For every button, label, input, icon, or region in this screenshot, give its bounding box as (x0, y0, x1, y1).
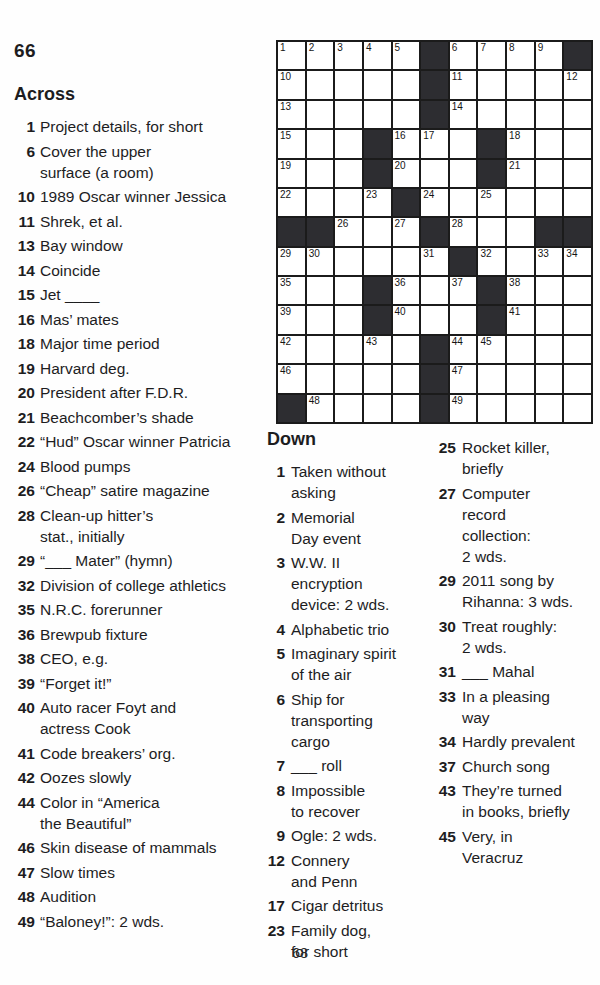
clue-number: 1 (14, 116, 35, 137)
cell-number-40: 40 (395, 306, 406, 318)
cell-r9c2[interactable] (306, 276, 335, 305)
black-cell-r13c6 (420, 394, 449, 423)
clue-down-8: 8Impossible to recover (267, 780, 433, 822)
cell-r3c5[interactable] (392, 100, 421, 129)
clue-number: 30 (438, 616, 456, 637)
cell-number-13: 13 (280, 101, 291, 113)
cell-number-30: 30 (309, 248, 320, 260)
clue-number: 15 (14, 284, 35, 305)
cell-r4c10[interactable] (535, 129, 564, 158)
cell-r5c2[interactable] (306, 159, 335, 188)
clue-text: Auto racer Foyt and actress Cook (40, 697, 271, 739)
cell-number-8: 8 (509, 42, 515, 54)
cell-r10c10[interactable] (535, 305, 564, 334)
clue-down-37: 37Church song (438, 756, 598, 777)
clue-across-42: 42Oozes slowly (14, 767, 272, 788)
clue-text: Imaginary spirit of the air (291, 643, 417, 685)
black-cell-r5c4 (363, 159, 392, 188)
clue-text: In a pleasing way (462, 686, 586, 728)
cell-r3c10[interactable] (535, 100, 564, 129)
cell-r7c4[interactable] (363, 217, 392, 246)
page-number: 68 (0, 945, 600, 961)
cell-r4c5[interactable]: 16 (392, 129, 421, 158)
clue-number: 44 (14, 792, 35, 813)
clue-number: 18 (14, 333, 35, 354)
clue-number: 16 (14, 309, 35, 330)
cell-r1c9[interactable]: 8 (506, 41, 535, 70)
clue-number: 31 (438, 661, 456, 682)
cell-r10c1[interactable]: 39 (277, 305, 306, 334)
black-cell-r3c6 (420, 100, 449, 129)
clue-down-4: 4Alphabetic trio (267, 619, 433, 640)
clue-across-26: 26“Cheap” satire magazine (14, 480, 272, 501)
cell-r11c5[interactable] (392, 335, 421, 364)
cell-r1c3[interactable]: 3 (334, 41, 363, 70)
cell-r8c10[interactable]: 33 (535, 247, 564, 276)
clue-across-47: 47Slow times (14, 862, 272, 883)
cell-r12c4[interactable] (363, 364, 392, 393)
cell-number-37: 37 (452, 277, 463, 289)
cell-r2c3[interactable] (334, 70, 363, 99)
cell-r5c7[interactable] (449, 159, 478, 188)
cell-r2c7[interactable]: 11 (449, 70, 478, 99)
cell-r2c9[interactable] (506, 70, 535, 99)
black-cell-r7c11 (563, 217, 592, 246)
cell-r4c9[interactable]: 18 (506, 129, 535, 158)
cell-r12c5[interactable] (392, 364, 421, 393)
cell-r6c8[interactable]: 25 (477, 188, 506, 217)
cell-r11c1[interactable]: 42 (277, 335, 306, 364)
cell-r13c3[interactable] (334, 394, 363, 423)
black-cell-r2c6 (420, 70, 449, 99)
cell-r5c1[interactable]: 19 (277, 159, 306, 188)
clue-number: 36 (14, 624, 35, 645)
cell-r4c6[interactable]: 17 (420, 129, 449, 158)
clue-text: Ogle: 2 wds. (291, 825, 417, 846)
clue-across-40: 40Auto racer Foyt and actress Cook (14, 697, 272, 739)
clue-number: 7 (267, 755, 285, 776)
down-heading: Down (267, 429, 433, 450)
cell-r13c4[interactable] (363, 394, 392, 423)
clue-text: Code breakers’ org. (40, 743, 271, 764)
clue-down-29: 292011 song by Rihanna: 3 wds. (438, 570, 598, 612)
cell-r8c9[interactable] (506, 247, 535, 276)
clue-across-10: 101989 Oscar winner Jessica (14, 186, 272, 207)
cell-r6c1[interactable]: 22 (277, 188, 306, 217)
cell-number-28: 28 (452, 218, 463, 230)
clue-text: Taken without asking (291, 461, 417, 503)
cell-number-36: 36 (395, 277, 406, 289)
cell-r3c11[interactable] (563, 100, 592, 129)
black-cell-r6c5 (392, 188, 421, 217)
cell-r13c2[interactable]: 48 (306, 394, 335, 423)
cell-number-3: 3 (337, 42, 343, 54)
clue-text: Color in “America the Beautiful” (40, 792, 271, 834)
cell-r9c10[interactable] (535, 276, 564, 305)
cell-r5c3[interactable] (334, 159, 363, 188)
cell-r4c7[interactable] (449, 129, 478, 158)
black-cell-r5c8 (477, 159, 506, 188)
clue-number: 27 (438, 483, 456, 504)
clue-across-36: 36Brewpub fixture (14, 624, 272, 645)
cell-number-17: 17 (423, 130, 434, 142)
cell-number-25: 25 (480, 189, 491, 201)
clue-number: 32 (14, 575, 35, 596)
clue-number: 29 (438, 570, 456, 591)
clue-number: 14 (14, 260, 35, 281)
cell-r1c4[interactable]: 4 (363, 41, 392, 70)
cell-r12c2[interactable] (306, 364, 335, 393)
cell-r11c7[interactable]: 44 (449, 335, 478, 364)
across-section: Across 1Project details, for short6Cover… (14, 84, 272, 935)
puzzle-number: 66 (14, 40, 36, 62)
cell-r13c5[interactable] (392, 394, 421, 423)
clue-number: 28 (14, 505, 35, 526)
clue-text: Mas’ mates (40, 309, 271, 330)
clue-down-34: 34Hardly prevalent (438, 731, 598, 752)
clue-down-31: 31___ Mahal (438, 661, 598, 682)
cell-r13c8[interactable] (477, 394, 506, 423)
clue-number: 23 (267, 920, 285, 941)
cell-r4c3[interactable] (334, 129, 363, 158)
clue-number: 11 (14, 211, 35, 232)
clue-down-17: 17Cigar detritus (267, 895, 433, 916)
clue-down-30: 30Treat roughly: 2 wds. (438, 616, 598, 658)
cell-r12c9[interactable] (506, 364, 535, 393)
cell-r6c7[interactable] (449, 188, 478, 217)
cell-r12c7[interactable]: 47 (449, 364, 478, 393)
clue-text: Coincide (40, 260, 271, 281)
cell-number-38: 38 (509, 277, 520, 289)
across-clue-list: 1Project details, for short6Cover the up… (14, 116, 272, 932)
cell-r9c11[interactable] (563, 276, 592, 305)
clue-number: 13 (14, 235, 35, 256)
cell-r10c3[interactable] (334, 305, 363, 334)
clue-number: 45 (438, 826, 456, 847)
cell-number-18: 18 (509, 130, 520, 142)
cell-r13c7[interactable]: 49 (449, 394, 478, 423)
cell-number-29: 29 (280, 248, 291, 260)
cell-r9c6[interactable] (420, 276, 449, 305)
cell-number-10: 10 (280, 71, 291, 83)
clue-text: N.R.C. forerunner (40, 599, 271, 620)
cell-number-22: 22 (280, 189, 291, 201)
cell-r9c7[interactable]: 37 (449, 276, 478, 305)
cell-r2c4[interactable] (363, 70, 392, 99)
clue-text: “Forget it!” (40, 673, 271, 694)
cell-r12c3[interactable] (334, 364, 363, 393)
clue-down-33: 33In a pleasing way (438, 686, 598, 728)
clue-number: 39 (14, 673, 35, 694)
cell-r2c5[interactable] (392, 70, 421, 99)
cell-r11c2[interactable] (306, 335, 335, 364)
cell-r1c8[interactable]: 7 (477, 41, 506, 70)
black-cell-r13c1 (277, 394, 306, 423)
cell-number-15: 15 (280, 130, 291, 142)
cell-r6c9[interactable] (506, 188, 535, 217)
cell-r6c11[interactable] (563, 188, 592, 217)
clue-number: 17 (267, 895, 285, 916)
clue-text: Clean-up hitter’s stat., initially (40, 505, 271, 547)
clue-number: 9 (267, 825, 285, 846)
cell-r6c10[interactable] (535, 188, 564, 217)
clue-number: 46 (14, 837, 35, 858)
cell-r4c2[interactable] (306, 129, 335, 158)
cell-r2c1[interactable]: 10 (277, 70, 306, 99)
clue-text: Division of college athletics (40, 575, 271, 596)
cell-number-20: 20 (395, 160, 406, 172)
cell-r5c9[interactable]: 21 (506, 159, 535, 188)
cell-r8c2[interactable]: 30 (306, 247, 335, 276)
cell-number-39: 39 (280, 306, 291, 318)
clue-number: 4 (267, 619, 285, 640)
cell-number-23: 23 (366, 189, 377, 201)
cell-r10c9[interactable]: 41 (506, 305, 535, 334)
cell-number-49: 49 (452, 395, 463, 407)
clue-number: 49 (14, 911, 35, 932)
clue-across-20: 20President after F.D.R. (14, 382, 272, 403)
cell-number-12: 12 (566, 71, 577, 83)
clue-text: Shrek, et al. (40, 211, 271, 232)
clue-down-2: 2Memorial Day event (267, 507, 433, 549)
clue-number: 6 (267, 689, 285, 710)
clue-number: 22 (14, 431, 35, 452)
clue-text: Ship for transporting cargo (291, 689, 417, 752)
black-cell-r7c6 (420, 217, 449, 246)
cell-r1c1[interactable]: 1 (277, 41, 306, 70)
clue-text: Impossible to recover (291, 780, 417, 822)
clue-across-38: 38CEO, e.g. (14, 648, 272, 669)
down-clue-list-1: 1Taken without asking2Memorial Day event… (267, 461, 433, 962)
clue-text: CEO, e.g. (40, 648, 271, 669)
cell-r11c4[interactable]: 43 (363, 335, 392, 364)
clue-number: 6 (14, 141, 35, 162)
clue-number: 5 (267, 643, 285, 664)
cell-r11c8[interactable]: 45 (477, 335, 506, 364)
cell-number-41: 41 (509, 306, 520, 318)
clue-number: 25 (438, 437, 456, 458)
cell-r10c2[interactable] (306, 305, 335, 334)
cell-r11c11[interactable] (563, 335, 592, 364)
clue-number: 40 (14, 697, 35, 718)
clue-text: “___ Mater” (hymn) (40, 550, 271, 571)
cell-r8c3[interactable] (334, 247, 363, 276)
clue-text: Brewpub fixture (40, 624, 271, 645)
clue-down-5: 5Imaginary spirit of the air (267, 643, 433, 685)
down-clue-list-2: 25Rocket killer, briefly27Computer recor… (438, 437, 598, 868)
cell-r9c1[interactable]: 35 (277, 276, 306, 305)
cell-r11c9[interactable] (506, 335, 535, 364)
cell-r8c8[interactable]: 32 (477, 247, 506, 276)
cell-r13c9[interactable] (506, 394, 535, 423)
cell-number-34: 34 (566, 248, 577, 260)
clue-across-44: 44Color in “America the Beautiful” (14, 792, 272, 834)
clue-text: ___ roll (291, 755, 417, 776)
clue-text: 1989 Oscar winner Jessica (40, 186, 271, 207)
clue-text: Beachcomber’s shade (40, 407, 271, 428)
clue-number: 37 (438, 756, 456, 777)
cell-number-48: 48 (309, 395, 320, 407)
crossword-grid[interactable]: 1234567891011121314151617181920212223242… (276, 40, 593, 424)
clue-number: 48 (14, 886, 35, 907)
clue-number: 34 (438, 731, 456, 752)
clue-down-27: 27Computer record collection: 2 wds. (438, 483, 598, 567)
cell-r4c1[interactable]: 15 (277, 129, 306, 158)
black-cell-r4c8 (477, 129, 506, 158)
clue-text: Rocket killer, briefly (462, 437, 586, 479)
down-section-column-1: Down 1Taken without asking2Memorial Day … (267, 429, 433, 965)
clue-number: 20 (14, 382, 35, 403)
clue-number: 8 (267, 780, 285, 801)
clue-text: Project details, for short (40, 116, 271, 137)
cell-r9c9[interactable]: 38 (506, 276, 535, 305)
cell-r2c2[interactable] (306, 70, 335, 99)
clue-across-24: 24Blood pumps (14, 456, 272, 477)
clue-text: “Cheap” satire magazine (40, 480, 271, 501)
cell-r13c10[interactable] (535, 394, 564, 423)
black-cell-r10c4 (363, 305, 392, 334)
clue-number: 1 (267, 461, 285, 482)
clue-down-3: 3W.W. II encryption device: 2 wds. (267, 552, 433, 615)
cell-r3c2[interactable] (306, 100, 335, 129)
clue-number: 21 (14, 407, 35, 428)
clue-text: W.W. II encryption device: 2 wds. (291, 552, 417, 615)
black-cell-r4c4 (363, 129, 392, 158)
clue-down-6: 6Ship for transporting cargo (267, 689, 433, 752)
clue-text: Computer record collection: 2 wds. (462, 483, 586, 567)
clue-down-9: 9Ogle: 2 wds. (267, 825, 433, 846)
clue-text: “Hud” Oscar winner Patricia (40, 431, 271, 452)
clue-text: Bay window (40, 235, 271, 256)
cell-r10c11[interactable] (563, 305, 592, 334)
cell-number-2: 2 (309, 42, 315, 54)
clue-number: 47 (14, 862, 35, 883)
cell-r8c5[interactable] (392, 247, 421, 276)
cell-r10c7[interactable] (449, 305, 478, 334)
cell-r6c3[interactable] (334, 188, 363, 217)
clue-number: 2 (267, 507, 285, 528)
cell-r3c8[interactable] (477, 100, 506, 129)
clue-text: Alphabetic trio (291, 619, 417, 640)
clue-across-15: 15Jet ____ (14, 284, 272, 305)
cell-r2c10[interactable] (535, 70, 564, 99)
cell-number-24: 24 (423, 189, 434, 201)
cell-r13c11[interactable] (563, 394, 592, 423)
clue-number: 29 (14, 550, 35, 571)
cell-r7c7[interactable]: 28 (449, 217, 478, 246)
cell-number-32: 32 (480, 248, 491, 260)
cell-number-35: 35 (280, 277, 291, 289)
cell-r3c9[interactable] (506, 100, 535, 129)
clue-number: 24 (14, 456, 35, 477)
black-cell-r1c11 (563, 41, 592, 70)
clue-number: 26 (14, 480, 35, 501)
clue-across-46: 46Skin disease of mammals (14, 837, 272, 858)
clue-text: Slow times (40, 862, 271, 883)
cell-r2c11[interactable]: 12 (563, 70, 592, 99)
cell-r9c5[interactable]: 36 (392, 276, 421, 305)
cell-r8c11[interactable]: 34 (563, 247, 592, 276)
cell-r12c10[interactable] (535, 364, 564, 393)
cell-number-42: 42 (280, 336, 291, 348)
cell-r3c7[interactable]: 14 (449, 100, 478, 129)
cell-r7c8[interactable] (477, 217, 506, 246)
clue-text: Harvard deg. (40, 358, 271, 379)
cell-r3c4[interactable] (363, 100, 392, 129)
cell-r7c9[interactable] (506, 217, 535, 246)
cell-r10c6[interactable] (420, 305, 449, 334)
clue-down-25: 25Rocket killer, briefly (438, 437, 598, 479)
cell-number-21: 21 (509, 160, 520, 172)
cell-r11c10[interactable] (535, 335, 564, 364)
cell-r12c1[interactable]: 46 (277, 364, 306, 393)
clue-down-12: 12Connery and Penn (267, 850, 433, 892)
cell-r8c6[interactable]: 31 (420, 247, 449, 276)
cell-r4c11[interactable] (563, 129, 592, 158)
cell-r12c11[interactable] (563, 364, 592, 393)
cell-r1c2[interactable]: 2 (306, 41, 335, 70)
cell-r6c2[interactable] (306, 188, 335, 217)
clue-number: 43 (438, 780, 456, 801)
cell-r2c8[interactable] (477, 70, 506, 99)
cell-r5c11[interactable] (563, 159, 592, 188)
cell-r10c5[interactable]: 40 (392, 305, 421, 334)
black-cell-r11c6 (420, 335, 449, 364)
cell-r8c1[interactable]: 29 (277, 247, 306, 276)
cell-r6c6[interactable]: 24 (420, 188, 449, 217)
clue-text: 2011 song by Rihanna: 3 wds. (462, 570, 586, 612)
cell-r8c4[interactable] (363, 247, 392, 276)
cell-r5c6[interactable] (420, 159, 449, 188)
cell-r5c10[interactable] (535, 159, 564, 188)
cell-number-27: 27 (395, 218, 406, 230)
black-cell-r7c1 (277, 217, 306, 246)
clue-text: Very, in Veracruz (462, 826, 586, 868)
clue-down-45: 45Very, in Veracruz (438, 826, 598, 868)
clue-across-22: 22“Hud” Oscar winner Patricia (14, 431, 272, 452)
cell-r3c1[interactable]: 13 (277, 100, 306, 129)
cell-r6c4[interactable]: 23 (363, 188, 392, 217)
clue-number: 10 (14, 186, 35, 207)
black-cell-r10c8 (477, 305, 506, 334)
clue-text: Treat roughly: 2 wds. (462, 616, 586, 658)
cell-r1c10[interactable]: 9 (535, 41, 564, 70)
cell-r11c3[interactable] (334, 335, 363, 364)
clue-across-35: 35N.R.C. forerunner (14, 599, 272, 620)
clue-across-41: 41Code breakers’ org. (14, 743, 272, 764)
cell-r1c7[interactable]: 6 (449, 41, 478, 70)
cell-r3c3[interactable] (334, 100, 363, 129)
cell-r9c3[interactable] (334, 276, 363, 305)
clue-text: “Baloney!”: 2 wds. (40, 911, 271, 932)
clue-across-21: 21Beachcomber’s shade (14, 407, 272, 428)
cell-number-31: 31 (423, 248, 434, 260)
cell-r12c8[interactable] (477, 364, 506, 393)
black-cell-r9c8 (477, 276, 506, 305)
clue-across-13: 13Bay window (14, 235, 272, 256)
cell-number-19: 19 (280, 160, 291, 172)
cell-number-44: 44 (452, 336, 463, 348)
clue-text: Oozes slowly (40, 767, 271, 788)
clue-down-7: 7___ roll (267, 755, 433, 776)
cell-r5c5[interactable]: 20 (392, 159, 421, 188)
cell-r1c5[interactable]: 5 (392, 41, 421, 70)
cell-r7c5[interactable]: 27 (392, 217, 421, 246)
black-cell-r1c6 (420, 41, 449, 70)
cell-r7c3[interactable]: 26 (334, 217, 363, 246)
clue-text: ___ Mahal (462, 661, 586, 682)
clue-text: Memorial Day event (291, 507, 417, 549)
